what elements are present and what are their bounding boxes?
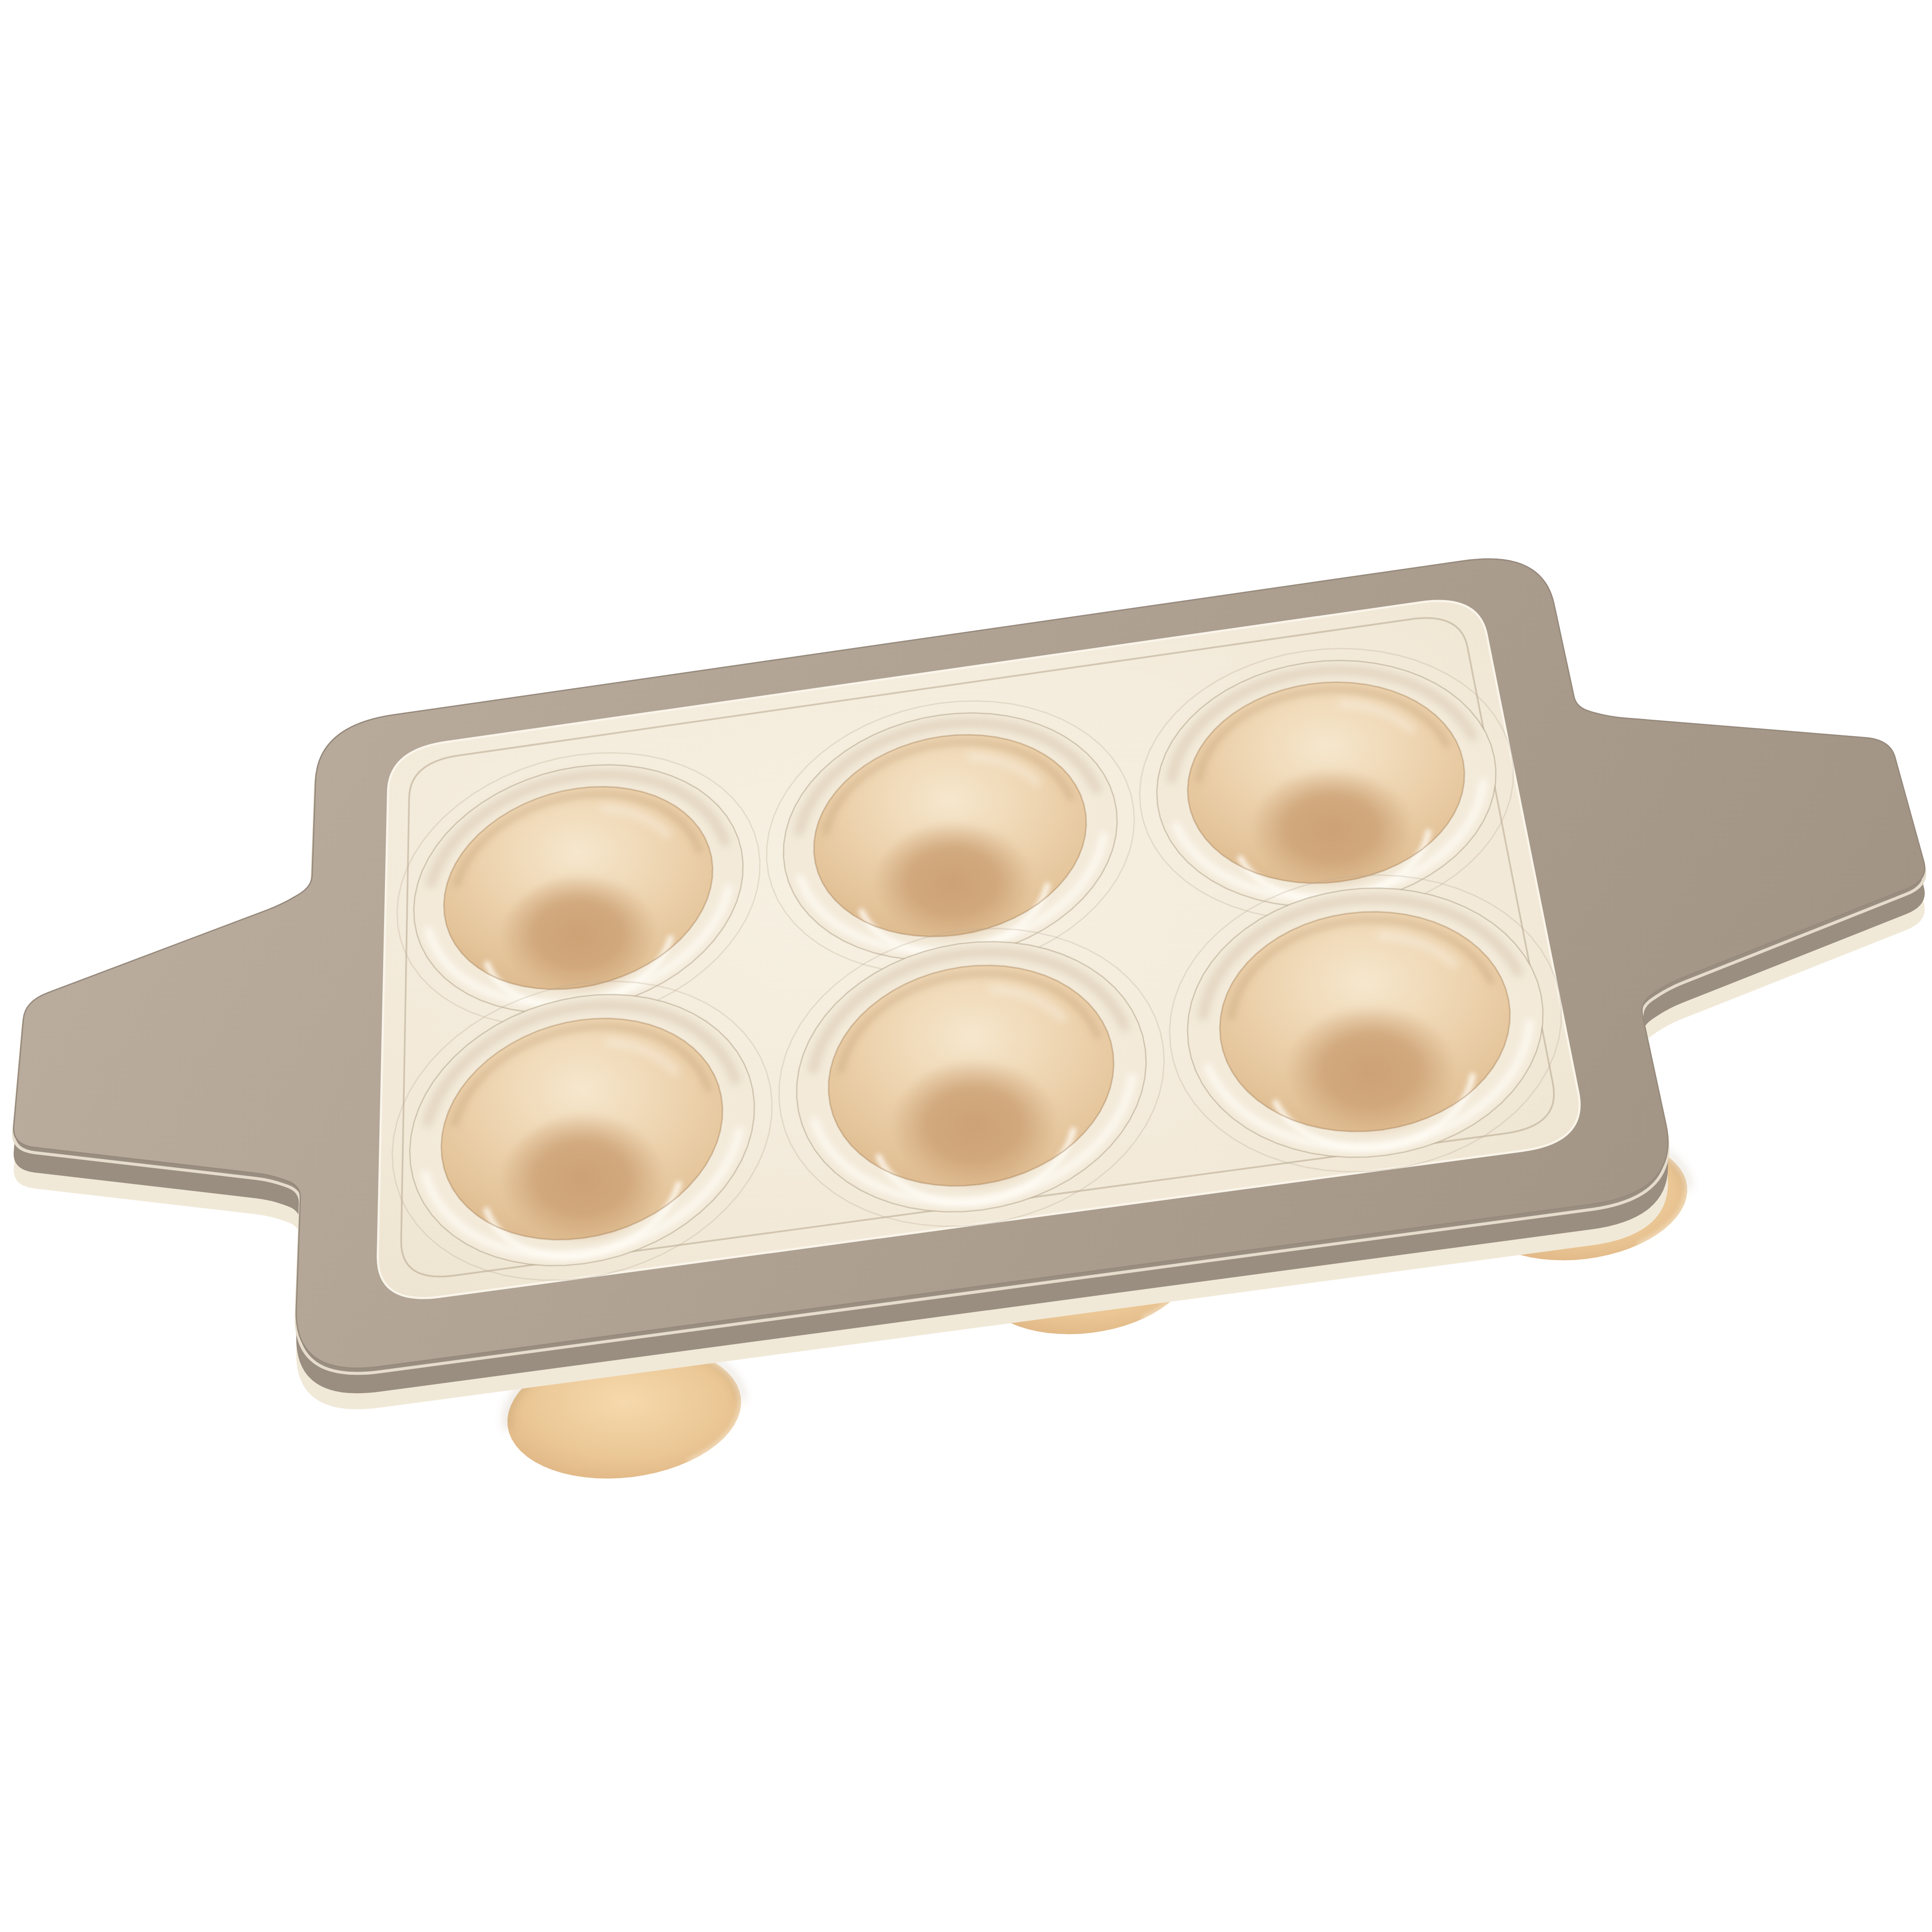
- muffin-pan-photo: [0, 0, 1932, 1932]
- muffin-pan-product-photo: Six-cup muffin baking pan with cream non…: [0, 0, 1932, 1932]
- photo-stage: [0, 0, 1932, 1932]
